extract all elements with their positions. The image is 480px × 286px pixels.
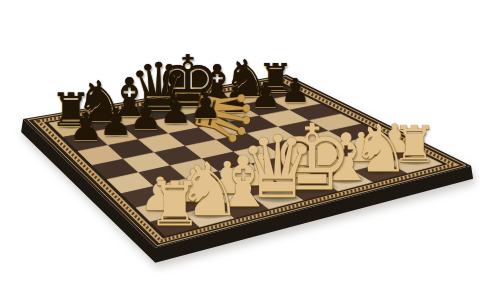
photo-stage: ♜♞♟♝♚♟♛♟♛♝♟♞♟♜♟♟♟♟♟♜♟♞♟♝♟♚♟♛♟♝♟♞♜ <box>0 0 480 286</box>
piece-black-pawn-e7[interactable]: ♟ <box>190 89 221 124</box>
piece-black-pawn-d7[interactable]: ♟ <box>159 93 191 129</box>
piece-black-pawn-a7[interactable]: ♟ <box>69 109 103 147</box>
piece-black-pawn-h7[interactable]: ♟ <box>281 73 311 106</box>
piece-black-pawn-b7[interactable]: ♟ <box>99 104 132 141</box>
piece-white-rook-a1[interactable]: ♜ <box>148 172 203 233</box>
piece-black-pawn-c7[interactable]: ♟ <box>129 98 162 135</box>
